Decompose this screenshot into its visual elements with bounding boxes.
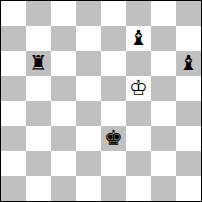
black-bishop-h6: ♝: [179, 51, 198, 76]
square-e3[interactable]: ♚: [101, 126, 126, 151]
square-c4[interactable]: [51, 101, 76, 126]
square-b2[interactable]: [26, 151, 51, 176]
square-f7[interactable]: ♝: [126, 26, 151, 51]
square-d6[interactable]: [76, 51, 101, 76]
square-h5[interactable]: [176, 76, 201, 101]
square-g4[interactable]: [151, 101, 176, 126]
square-a1[interactable]: [1, 176, 26, 201]
white-king-f5: ♔: [129, 76, 148, 101]
square-d1[interactable]: [76, 176, 101, 201]
square-e8[interactable]: [101, 1, 126, 26]
square-a2[interactable]: [1, 151, 26, 176]
square-e5[interactable]: [101, 76, 126, 101]
square-h7[interactable]: [176, 26, 201, 51]
square-e2[interactable]: [101, 151, 126, 176]
square-g6[interactable]: [151, 51, 176, 76]
square-c2[interactable]: [51, 151, 76, 176]
square-e7[interactable]: [101, 26, 126, 51]
square-f2[interactable]: [126, 151, 151, 176]
square-c3[interactable]: [51, 126, 76, 151]
square-d7[interactable]: [76, 26, 101, 51]
square-b4[interactable]: [26, 101, 51, 126]
square-a7[interactable]: [1, 26, 26, 51]
square-b8[interactable]: [26, 1, 51, 26]
square-c7[interactable]: [51, 26, 76, 51]
square-g3[interactable]: [151, 126, 176, 151]
square-d8[interactable]: [76, 1, 101, 26]
square-g8[interactable]: [151, 1, 176, 26]
square-h3[interactable]: [176, 126, 201, 151]
square-e1[interactable]: [101, 176, 126, 201]
square-g2[interactable]: [151, 151, 176, 176]
square-f1[interactable]: [126, 176, 151, 201]
square-h2[interactable]: [176, 151, 201, 176]
square-d3[interactable]: [76, 126, 101, 151]
square-d5[interactable]: [76, 76, 101, 101]
square-g1[interactable]: [151, 176, 176, 201]
square-g5[interactable]: [151, 76, 176, 101]
black-rook-b6: ♜: [29, 51, 48, 76]
square-e6[interactable]: [101, 51, 126, 76]
square-c1[interactable]: [51, 176, 76, 201]
square-h1[interactable]: [176, 176, 201, 201]
square-c5[interactable]: [51, 76, 76, 101]
square-f4[interactable]: [126, 101, 151, 126]
square-c6[interactable]: [51, 51, 76, 76]
chess-board: ♝♜♝♔♚: [0, 0, 202, 202]
square-b5[interactable]: [26, 76, 51, 101]
square-b6[interactable]: ♜: [26, 51, 51, 76]
square-d2[interactable]: [76, 151, 101, 176]
square-a3[interactable]: [1, 126, 26, 151]
square-d4[interactable]: [76, 101, 101, 126]
black-king-e3: ♚: [104, 126, 123, 151]
square-h8[interactable]: [176, 1, 201, 26]
square-a5[interactable]: [1, 76, 26, 101]
square-h4[interactable]: [176, 101, 201, 126]
square-a4[interactable]: [1, 101, 26, 126]
square-b1[interactable]: [26, 176, 51, 201]
black-bishop-f7: ♝: [129, 26, 148, 51]
square-f3[interactable]: [126, 126, 151, 151]
square-e4[interactable]: [101, 101, 126, 126]
square-a8[interactable]: [1, 1, 26, 26]
square-f5[interactable]: ♔: [126, 76, 151, 101]
square-a6[interactable]: [1, 51, 26, 76]
square-f6[interactable]: [126, 51, 151, 76]
square-b3[interactable]: [26, 126, 51, 151]
square-h6[interactable]: ♝: [176, 51, 201, 76]
square-f8[interactable]: [126, 1, 151, 26]
square-b7[interactable]: [26, 26, 51, 51]
square-g7[interactable]: [151, 26, 176, 51]
square-c8[interactable]: [51, 1, 76, 26]
